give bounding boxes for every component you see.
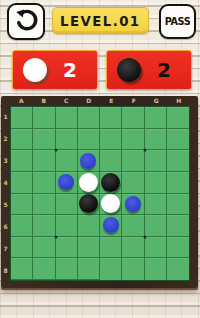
board-cell-H4[interactable] [167, 172, 189, 194]
black-disc [101, 173, 120, 192]
black-disc-icon [117, 58, 141, 82]
board-cell-B5[interactable] [33, 194, 55, 216]
board-cell-A1[interactable] [11, 107, 33, 129]
hint-disc [103, 217, 119, 233]
board-cell-E4[interactable] [100, 172, 122, 194]
board-cell-B4[interactable] [33, 172, 55, 194]
board-cell-F2[interactable] [122, 129, 144, 151]
board-cell-D3[interactable] [78, 150, 100, 172]
board-cell-F8[interactable] [122, 258, 144, 280]
board-cell-A5[interactable] [11, 194, 33, 216]
white-disc [101, 194, 120, 213]
board-cell-G8[interactable] [145, 258, 167, 280]
board-cell-D5[interactable] [78, 194, 100, 216]
board-cell-B8[interactable] [33, 258, 55, 280]
black-score-panel: 2 [106, 50, 192, 90]
column-label: B [33, 96, 56, 106]
row-labels: 12345678 [1, 106, 10, 281]
star-point [54, 149, 57, 152]
board-cell-D6[interactable] [78, 215, 100, 237]
board-cell-C8[interactable] [56, 258, 78, 280]
board-cell-H5[interactable] [167, 194, 189, 216]
row-label: 5 [1, 194, 10, 216]
board [10, 106, 190, 281]
board-cell-E7[interactable] [100, 237, 122, 259]
board-cell-E8[interactable] [100, 258, 122, 280]
board-cell-G3[interactable] [145, 150, 167, 172]
pass-button[interactable]: PASS [159, 4, 196, 39]
board-cell-G7[interactable] [145, 237, 167, 259]
board-cell-D2[interactable] [78, 129, 100, 151]
column-label: A [10, 96, 33, 106]
column-label: F [123, 96, 146, 106]
undo-icon [13, 7, 39, 37]
board-cell-F7[interactable] [122, 237, 144, 259]
black-score-count: 2 [141, 58, 191, 82]
board-cell-H2[interactable] [167, 129, 189, 151]
board-cell-F3[interactable] [122, 150, 144, 172]
board-cell-C1[interactable] [56, 107, 78, 129]
row-label: 4 [1, 172, 10, 194]
board-cell-B2[interactable] [33, 129, 55, 151]
board-cell-H6[interactable] [167, 215, 189, 237]
board-cell-F5[interactable] [122, 194, 144, 216]
board-cell-C3[interactable] [56, 150, 78, 172]
undo-button[interactable] [7, 3, 45, 40]
game-screen: LEVEL.01 PASS 2 2 ABCDEFGH 12345678 [0, 0, 200, 318]
board-cell-F4[interactable] [122, 172, 144, 194]
board-cell-B7[interactable] [33, 237, 55, 259]
level-banner: LEVEL.01 [52, 7, 149, 34]
star-point [143, 235, 146, 238]
board-cell-A8[interactable] [11, 258, 33, 280]
board-cell-B6[interactable] [33, 215, 55, 237]
board-cell-E3[interactable] [100, 150, 122, 172]
hint-disc [58, 174, 74, 190]
white-disc [79, 173, 98, 192]
board-cell-C6[interactable] [56, 215, 78, 237]
white-score-count: 2 [47, 58, 97, 82]
board-cell-C4[interactable] [56, 172, 78, 194]
board-cell-D7[interactable] [78, 237, 100, 259]
board-cell-D4[interactable] [78, 172, 100, 194]
board-cell-A6[interactable] [11, 215, 33, 237]
white-disc-icon [23, 58, 47, 82]
board-cell-H8[interactable] [167, 258, 189, 280]
row-label: 7 [1, 237, 10, 259]
board-cell-H3[interactable] [167, 150, 189, 172]
board-cell-B3[interactable] [33, 150, 55, 172]
star-point [143, 149, 146, 152]
star-point [54, 235, 57, 238]
board-cell-G5[interactable] [145, 194, 167, 216]
board-cell-A4[interactable] [11, 172, 33, 194]
hint-disc [125, 196, 141, 212]
row-label: 2 [1, 128, 10, 150]
board-cell-C2[interactable] [56, 129, 78, 151]
row-label: 6 [1, 215, 10, 237]
column-label: H [168, 96, 191, 106]
column-label: E [100, 96, 123, 106]
row-label: 1 [1, 106, 10, 128]
board-cell-F1[interactable] [122, 107, 144, 129]
column-label: C [55, 96, 78, 106]
board-cell-E6[interactable] [100, 215, 122, 237]
board-cell-E5[interactable] [100, 194, 122, 216]
board-frame: ABCDEFGH 12345678 [1, 96, 198, 288]
board-cell-G4[interactable] [145, 172, 167, 194]
board-cell-E2[interactable] [100, 129, 122, 151]
board-cell-A2[interactable] [11, 129, 33, 151]
board-cell-H7[interactable] [167, 237, 189, 259]
black-disc [79, 194, 98, 213]
board-cell-E1[interactable] [100, 107, 122, 129]
board-cell-B1[interactable] [33, 107, 55, 129]
level-label: LEVEL.01 [60, 13, 140, 29]
white-score-panel: 2 [12, 50, 98, 90]
board-cell-H1[interactable] [167, 107, 189, 129]
column-labels: ABCDEFGH [10, 96, 190, 106]
board-cell-G1[interactable] [145, 107, 167, 129]
board-cell-D1[interactable] [78, 107, 100, 129]
board-cell-A7[interactable] [11, 237, 33, 259]
board-cell-G6[interactable] [145, 215, 167, 237]
row-label: 8 [1, 259, 10, 281]
row-label: 3 [1, 150, 10, 172]
board-cell-D8[interactable] [78, 258, 100, 280]
pass-label: PASS [165, 15, 190, 28]
column-label: G [145, 96, 168, 106]
board-cell-C5[interactable] [56, 194, 78, 216]
board-cell-F6[interactable] [122, 215, 144, 237]
board-cell-G2[interactable] [145, 129, 167, 151]
board-cell-A3[interactable] [11, 150, 33, 172]
column-label: D [78, 96, 101, 106]
board-cell-C7[interactable] [56, 237, 78, 259]
hint-disc [80, 153, 96, 169]
